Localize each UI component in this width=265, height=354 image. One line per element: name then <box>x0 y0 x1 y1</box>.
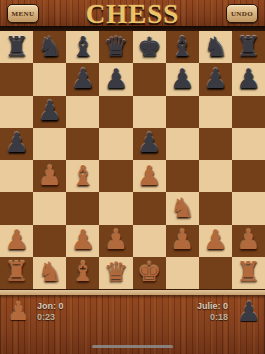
piece-black-pawn[interactable]: ♟ <box>4 129 28 156</box>
square-b8[interactable]: ♞ <box>33 31 66 63</box>
piece-black-king[interactable]: ♚ <box>137 33 161 60</box>
square-d3[interactable] <box>99 192 132 224</box>
piece-white-queen[interactable]: ♛ <box>104 258 128 285</box>
piece-white-rook[interactable]: ♜ <box>236 258 260 285</box>
square-f4[interactable] <box>166 160 199 192</box>
square-c2[interactable]: ♟ <box>66 225 99 257</box>
square-e4[interactable]: ♟ <box>133 160 166 192</box>
player-left: Jon: 0 0:23 <box>37 301 64 322</box>
square-b6[interactable]: ♟ <box>33 96 66 128</box>
piece-black-bishop[interactable]: ♝ <box>71 33 95 60</box>
piece-black-knight[interactable]: ♞ <box>203 33 227 60</box>
piece-black-pawn[interactable]: ♟ <box>203 65 227 92</box>
square-a3[interactable] <box>0 192 33 224</box>
square-f8[interactable]: ♝ <box>166 31 199 63</box>
square-c7[interactable]: ♟ <box>66 63 99 95</box>
square-g2[interactable]: ♟ <box>199 225 232 257</box>
player-left-score: Jon: 0 <box>37 301 64 311</box>
square-g1[interactable] <box>199 257 232 289</box>
piece-white-pawn[interactable]: ♟ <box>71 226 95 253</box>
square-d1[interactable]: ♛ <box>99 257 132 289</box>
square-c3[interactable] <box>66 192 99 224</box>
square-c4[interactable]: ♝ <box>66 160 99 192</box>
square-d4[interactable] <box>99 160 132 192</box>
piece-black-rook[interactable]: ♜ <box>236 33 260 60</box>
square-e2[interactable] <box>133 225 166 257</box>
piece-black-pawn[interactable]: ♟ <box>137 129 161 156</box>
piece-white-knight[interactable]: ♞ <box>38 258 62 285</box>
square-h2[interactable]: ♟ <box>232 225 265 257</box>
square-f7[interactable]: ♟ <box>166 63 199 95</box>
piece-white-knight[interactable]: ♞ <box>170 194 194 221</box>
undo-button[interactable]: UNDO <box>226 4 258 23</box>
piece-white-bishop[interactable]: ♝ <box>71 258 95 285</box>
piece-black-pawn[interactable]: ♟ <box>170 65 194 92</box>
square-e1[interactable]: ♚ <box>133 257 166 289</box>
chess-app-screen: MENU CHESS UNDO ♜♞♝♛♚♝♞♜♟♟♟♟♟♟♟♟♟♝♟♞♟♟♟♟… <box>0 0 265 354</box>
piece-white-pawn[interactable]: ♟ <box>137 162 161 189</box>
piece-black-knight[interactable]: ♞ <box>38 33 62 60</box>
square-h7[interactable]: ♟ <box>232 63 265 95</box>
square-e6[interactable] <box>133 96 166 128</box>
piece-white-bishop[interactable]: ♝ <box>71 162 95 189</box>
square-e3[interactable] <box>133 192 166 224</box>
square-c5[interactable] <box>66 128 99 160</box>
top-bar: MENU CHESS UNDO <box>0 0 265 26</box>
piece-black-pawn[interactable]: ♟ <box>38 97 62 124</box>
white-pawn-icon: ♟ <box>7 299 29 324</box>
square-f2[interactable]: ♟ <box>166 225 199 257</box>
piece-white-pawn[interactable]: ♟ <box>236 226 260 253</box>
square-g4[interactable] <box>199 160 232 192</box>
square-d5[interactable] <box>99 128 132 160</box>
square-g8[interactable]: ♞ <box>199 31 232 63</box>
player-left-time: 0:23 <box>37 312 64 322</box>
square-a2[interactable]: ♟ <box>0 225 33 257</box>
square-d8[interactable]: ♛ <box>99 31 132 63</box>
square-d2[interactable]: ♟ <box>99 225 132 257</box>
square-e8[interactable]: ♚ <box>133 31 166 63</box>
square-e7[interactable] <box>133 63 166 95</box>
player-right: Julie: 0 0:18 <box>197 301 228 322</box>
piece-white-pawn[interactable]: ♟ <box>104 226 128 253</box>
square-f1[interactable] <box>166 257 199 289</box>
square-h3[interactable] <box>232 192 265 224</box>
home-indicator[interactable] <box>92 345 173 348</box>
square-a6[interactable] <box>0 96 33 128</box>
square-f6[interactable] <box>166 96 199 128</box>
square-g7[interactable]: ♟ <box>199 63 232 95</box>
square-h8[interactable]: ♜ <box>232 31 265 63</box>
piece-black-pawn[interactable]: ♟ <box>104 65 128 92</box>
square-a1[interactable]: ♜ <box>0 257 33 289</box>
square-f3[interactable]: ♞ <box>166 192 199 224</box>
square-c8[interactable]: ♝ <box>66 31 99 63</box>
square-b2[interactable] <box>33 225 66 257</box>
piece-black-rook[interactable]: ♜ <box>4 33 28 60</box>
piece-black-pawn[interactable]: ♟ <box>236 65 260 92</box>
black-pawn-icon: ♟ <box>237 298 261 325</box>
piece-white-pawn[interactable]: ♟ <box>4 226 28 253</box>
player-right-time: 0:18 <box>197 312 228 322</box>
piece-white-king[interactable]: ♚ <box>137 258 161 285</box>
square-g5[interactable] <box>199 128 232 160</box>
square-e5[interactable]: ♟ <box>133 128 166 160</box>
player-right-score: Julie: 0 <box>197 301 228 311</box>
chess-board: ♜♞♝♛♚♝♞♜♟♟♟♟♟♟♟♟♟♝♟♞♟♟♟♟♟♟♜♞♝♛♚♜ <box>0 31 265 289</box>
square-h5[interactable] <box>232 128 265 160</box>
piece-black-pawn[interactable]: ♟ <box>71 65 95 92</box>
square-h4[interactable] <box>232 160 265 192</box>
square-f5[interactable] <box>166 128 199 160</box>
square-c1[interactable]: ♝ <box>66 257 99 289</box>
square-a5[interactable]: ♟ <box>0 128 33 160</box>
square-h1[interactable]: ♜ <box>232 257 265 289</box>
square-d6[interactable] <box>99 96 132 128</box>
square-g3[interactable] <box>199 192 232 224</box>
square-c6[interactable] <box>66 96 99 128</box>
square-b7[interactable] <box>33 63 66 95</box>
piece-white-pawn[interactable]: ♟ <box>38 162 62 189</box>
piece-white-pawn[interactable]: ♟ <box>203 226 227 253</box>
square-g6[interactable] <box>199 96 232 128</box>
square-b3[interactable] <box>33 192 66 224</box>
square-b1[interactable]: ♞ <box>33 257 66 289</box>
square-a8[interactable]: ♜ <box>0 31 33 63</box>
square-a7[interactable] <box>0 63 33 95</box>
square-h6[interactable] <box>232 96 265 128</box>
square-a4[interactable] <box>0 160 33 192</box>
piece-white-pawn[interactable]: ♟ <box>170 226 194 253</box>
square-b4[interactable]: ♟ <box>33 160 66 192</box>
piece-black-bishop[interactable]: ♝ <box>170 33 194 60</box>
square-d7[interactable]: ♟ <box>99 63 132 95</box>
status-bar: ♟ Jon: 0 0:23 Julie: 0 0:18 ♟ <box>0 295 265 354</box>
piece-black-queen[interactable]: ♛ <box>104 33 128 60</box>
piece-white-rook[interactable]: ♜ <box>4 258 28 285</box>
square-b5[interactable] <box>33 128 66 160</box>
